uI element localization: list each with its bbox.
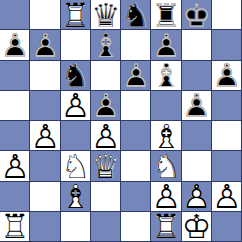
piece-fill: ♟ [151,182,181,212]
piece-fill: ♟ [91,91,121,121]
square-f5[interactable] [151,91,181,121]
piece-outline: ♙ [0,151,30,181]
square-c4[interactable] [61,121,91,151]
square-f3[interactable]: ♞♘ [151,151,181,181]
piece-fill: ♞ [151,151,181,181]
piece-outline: ♙ [0,30,30,60]
square-c2[interactable]: ♝♗ [61,182,91,212]
piece-fill: ♟ [0,151,30,181]
square-g7[interactable] [182,30,212,60]
piece-outline: ♙ [121,61,151,91]
square-c1[interactable] [61,212,91,242]
white-knight-icon: ♞♘ [61,151,91,181]
black-pawn-icon: ♟♙ [121,61,151,91]
piece-fill: ♝ [91,30,121,60]
piece-fill: ♟ [30,30,60,60]
square-e4[interactable] [121,121,151,151]
white-pawn-icon: ♟♙ [30,121,60,151]
square-d2[interactable] [91,182,121,212]
piece-outline: ♘ [121,0,151,30]
square-f1[interactable]: ♜♖ [151,212,181,242]
piece-outline: ♗ [151,121,181,151]
square-g6[interactable] [182,61,212,91]
white-bishop-icon: ♝♗ [61,182,91,212]
piece-fill: ♟ [61,91,91,121]
piece-fill: ♚ [182,212,212,242]
white-king-icon: ♚♔ [182,212,212,242]
black-rook-icon: ♜♖ [151,0,181,30]
square-g2[interactable]: ♟♙ [182,182,212,212]
square-e2[interactable] [121,182,151,212]
square-d8[interactable]: ♛♕ [91,0,121,30]
square-d7[interactable]: ♝♗ [91,30,121,60]
piece-fill: ♜ [61,0,91,30]
square-e5[interactable] [121,91,151,121]
black-pawn-icon: ♟♙ [0,30,30,60]
black-pawn-icon: ♟♙ [151,30,181,60]
square-h7[interactable] [212,30,242,60]
square-f8[interactable]: ♜♖ [151,0,181,30]
square-d5[interactable]: ♟♙ [91,91,121,121]
black-bishop-icon: ♝♗ [91,30,121,60]
square-c3[interactable]: ♞♘ [61,151,91,181]
piece-outline: ♙ [212,61,242,91]
piece-fill: ♚ [182,0,212,30]
square-b5[interactable] [30,91,60,121]
piece-outline: ♙ [30,30,60,60]
piece-fill: ♟ [0,30,30,60]
piece-fill: ♟ [121,61,151,91]
square-d3[interactable]: ♛♕ [91,151,121,181]
square-b7[interactable]: ♟♙ [30,30,60,60]
square-c8[interactable]: ♜♖ [61,0,91,30]
square-e7[interactable] [121,30,151,60]
piece-outline: ♙ [91,121,121,151]
piece-outline: ♙ [212,182,242,212]
square-d1[interactable] [91,212,121,242]
piece-fill: ♜ [0,212,30,242]
square-a1[interactable]: ♜♖ [0,212,30,242]
piece-fill: ♟ [212,61,242,91]
square-a2[interactable] [0,182,30,212]
piece-fill: ♟ [151,30,181,60]
piece-outline: ♙ [61,91,91,121]
piece-outline: ♗ [91,30,121,60]
piece-fill: ♟ [212,182,242,212]
white-pawn-icon: ♟♙ [61,91,91,121]
piece-outline: ♙ [151,30,181,60]
piece-fill: ♟ [182,91,212,121]
black-knight-icon: ♞♘ [61,61,91,91]
piece-outline: ♔ [182,212,212,242]
piece-outline: ♖ [151,0,181,30]
square-e3[interactable] [121,151,151,181]
piece-fill: ♟ [182,182,212,212]
piece-outline: ♙ [91,91,121,121]
piece-fill: ♝ [151,121,181,151]
piece-outline: ♙ [182,182,212,212]
square-c5[interactable]: ♟♙ [61,91,91,121]
square-b3[interactable] [30,151,60,181]
piece-fill: ♞ [61,61,91,91]
piece-outline: ♖ [151,212,181,242]
piece-outline: ♙ [182,91,212,121]
chess-board: ♜♖♛♕♞♘♜♖♚♔♟♙♟♙♝♗♟♙♞♘♟♙♝♗♟♙♟♙♟♙♟♙♟♙♟♙♝♗♟♙… [0,0,242,242]
piece-fill: ♟ [30,121,60,151]
square-d6[interactable] [91,61,121,91]
square-b6[interactable] [30,61,60,91]
black-bishop-icon: ♝♗ [151,61,181,91]
square-a5[interactable] [0,91,30,121]
white-pawn-icon: ♟♙ [0,151,30,181]
square-f2[interactable]: ♟♙ [151,182,181,212]
piece-outline: ♙ [151,182,181,212]
square-g5[interactable]: ♟♙ [182,91,212,121]
square-c7[interactable] [61,30,91,60]
square-f6[interactable]: ♝♗ [151,61,181,91]
square-b1[interactable] [30,212,60,242]
white-knight-icon: ♞♘ [151,151,181,181]
piece-fill: ♝ [151,61,181,91]
square-c6[interactable]: ♞♘ [61,61,91,91]
white-rook-icon: ♜♖ [151,212,181,242]
square-e1[interactable] [121,212,151,242]
piece-fill: ♜ [151,212,181,242]
square-b4[interactable]: ♟♙ [30,121,60,151]
square-a8[interactable] [0,0,30,30]
square-e6[interactable]: ♟♙ [121,61,151,91]
piece-outline: ♔ [182,0,212,30]
piece-outline: ♗ [61,182,91,212]
piece-outline: ♙ [30,121,60,151]
square-h8[interactable] [212,0,242,30]
square-h5[interactable] [212,91,242,121]
square-f4[interactable]: ♝♗ [151,121,181,151]
piece-fill: ♝ [61,182,91,212]
black-knight-icon: ♞♘ [121,0,151,30]
square-h4[interactable] [212,121,242,151]
black-pawn-icon: ♟♙ [91,91,121,121]
black-king-icon: ♚♔ [182,0,212,30]
piece-fill: ♛ [91,0,121,30]
black-queen-icon: ♛♕ [91,0,121,30]
piece-fill: ♟ [91,121,121,151]
square-a4[interactable] [0,121,30,151]
black-pawn-icon: ♟♙ [212,61,242,91]
piece-fill: ♞ [61,151,91,181]
piece-outline: ♖ [61,0,91,30]
square-h6[interactable]: ♟♙ [212,61,242,91]
square-b8[interactable] [30,0,60,30]
white-bishop-icon: ♝♗ [151,121,181,151]
white-pawn-icon: ♟♙ [91,121,121,151]
square-b2[interactable] [30,182,60,212]
piece-fill: ♛ [91,151,121,181]
black-pawn-icon: ♟♙ [182,91,212,121]
piece-outline: ♘ [61,61,91,91]
square-g3[interactable] [182,151,212,181]
white-queen-icon: ♛♕ [91,151,121,181]
piece-fill: ♞ [121,0,151,30]
white-rook-icon: ♜♖ [0,212,30,242]
piece-outline: ♘ [61,151,91,181]
square-d4[interactable]: ♟♙ [91,121,121,151]
square-h1[interactable] [212,212,242,242]
piece-fill: ♜ [151,0,181,30]
square-g4[interactable] [182,121,212,151]
square-h2[interactable]: ♟♙ [212,182,242,212]
piece-outline: ♕ [91,0,121,30]
square-f7[interactable]: ♟♙ [151,30,181,60]
piece-outline: ♕ [91,151,121,181]
white-rook-icon: ♜♖ [61,0,91,30]
piece-outline: ♗ [151,61,181,91]
chess-board-container: ♜♖♛♕♞♘♜♖♚♔♟♙♟♙♝♗♟♙♞♘♟♙♝♗♟♙♟♙♟♙♟♙♟♙♟♙♝♗♟♙… [0,0,242,242]
piece-outline: ♘ [151,151,181,181]
square-a7[interactable]: ♟♙ [0,30,30,60]
piece-outline: ♖ [0,212,30,242]
square-h3[interactable] [212,151,242,181]
white-pawn-icon: ♟♙ [182,182,212,212]
black-pawn-icon: ♟♙ [30,30,60,60]
square-g1[interactable]: ♚♔ [182,212,212,242]
square-a6[interactable] [0,61,30,91]
square-g8[interactable]: ♚♔ [182,0,212,30]
white-pawn-icon: ♟♙ [151,182,181,212]
square-a3[interactable]: ♟♙ [0,151,30,181]
square-e8[interactable]: ♞♘ [121,0,151,30]
white-pawn-icon: ♟♙ [212,182,242,212]
